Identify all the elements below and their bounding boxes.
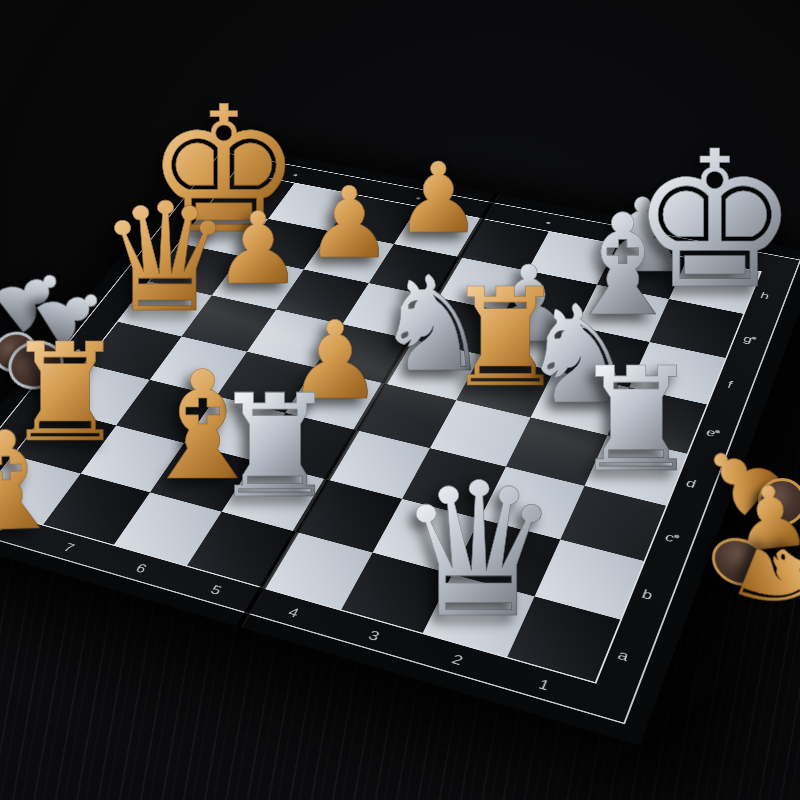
- offboard-gold-bishop[interactable]: ♝: [0, 412, 69, 552]
- photo-stage: 12345678abcdefgh ♚♛♜♝♟♟♟♟♜♚♛♜♜♝♞♞♟♟♝♟♟♟♟…: [0, 0, 800, 800]
- gold-pawn-h5[interactable]: ♟: [395, 150, 482, 247]
- silver-rook-b5[interactable]: ♜: [211, 376, 339, 518]
- silver-queen-a2[interactable]: ♛: [396, 459, 562, 645]
